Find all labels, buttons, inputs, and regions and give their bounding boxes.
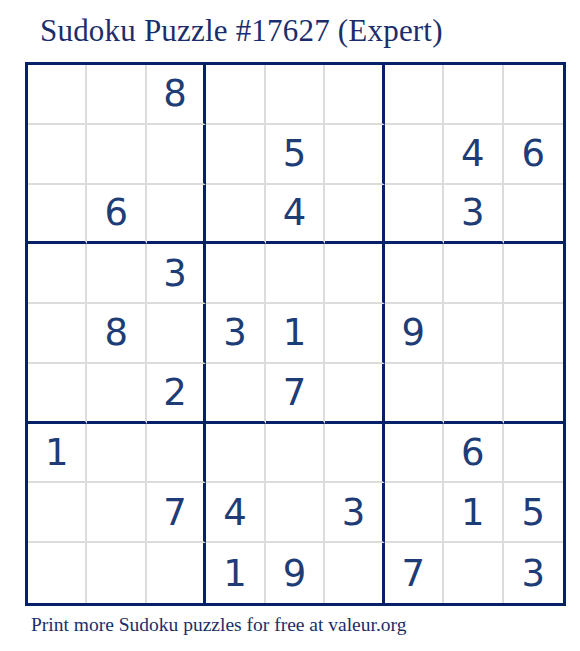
sudoku-cell-r3c1 [28, 185, 87, 245]
footer-text: Print more Sudoku puzzles for free at va… [31, 614, 406, 636]
sudoku-cell-r7c3 [147, 424, 206, 484]
sudoku-cell-r5c5: 1 [266, 304, 325, 364]
sudoku-cell-r9c7: 7 [385, 543, 444, 603]
sudoku-cell-r3c2: 6 [87, 185, 146, 245]
sudoku-cell-r3c8: 3 [444, 185, 503, 245]
sudoku-cell-r8c6: 3 [325, 483, 384, 543]
sudoku-cell-r2c1 [28, 125, 87, 185]
sudoku-cell-r6c1 [28, 364, 87, 424]
sudoku-cell-r6c2 [87, 364, 146, 424]
sudoku-cell-r9c4: 1 [206, 543, 265, 603]
sudoku-cell-r9c8 [444, 543, 503, 603]
sudoku-cell-r4c2 [87, 244, 146, 304]
sudoku-cell-r7c1: 1 [28, 424, 87, 484]
sudoku-cell-r9c3 [147, 543, 206, 603]
sudoku-cell-r3c4 [206, 185, 265, 245]
sudoku-cell-r4c6 [325, 244, 384, 304]
sudoku-cell-r5c1 [28, 304, 87, 364]
sudoku-cell-r1c4 [206, 65, 265, 125]
page-title: Sudoku Puzzle #17627 (Expert) [40, 13, 443, 49]
sudoku-cell-r1c7 [385, 65, 444, 125]
sudoku-cell-r9c1 [28, 543, 87, 603]
sudoku-cell-r1c6 [325, 65, 384, 125]
sudoku-cell-r5c4: 3 [206, 304, 265, 364]
sudoku-cell-r2c6 [325, 125, 384, 185]
sudoku-cell-r4c3: 3 [147, 244, 206, 304]
sudoku-cell-r7c7 [385, 424, 444, 484]
sudoku-cell-r8c4: 4 [206, 483, 265, 543]
sudoku-cell-r8c5 [266, 483, 325, 543]
sudoku-cell-r3c5: 4 [266, 185, 325, 245]
sudoku-cell-r1c5 [266, 65, 325, 125]
sudoku-cell-r2c8: 4 [444, 125, 503, 185]
sudoku-cell-r1c8 [444, 65, 503, 125]
sudoku-cell-r9c2 [87, 543, 146, 603]
sudoku-cell-r1c1 [28, 65, 87, 125]
sudoku-cell-r4c8 [444, 244, 503, 304]
sudoku-cell-r8c9: 5 [504, 483, 563, 543]
sudoku-grid: 8546643383192716743151973 [25, 62, 566, 606]
sudoku-cell-r5c8 [444, 304, 503, 364]
sudoku-cell-r7c9 [504, 424, 563, 484]
sudoku-cell-r3c3 [147, 185, 206, 245]
sudoku-cell-r7c8: 6 [444, 424, 503, 484]
sudoku-cell-r6c7 [385, 364, 444, 424]
sudoku-cell-r5c9 [504, 304, 563, 364]
sudoku-cell-r6c3: 2 [147, 364, 206, 424]
sudoku-cell-r2c9: 6 [504, 125, 563, 185]
sudoku-cell-r4c7 [385, 244, 444, 304]
sudoku-cell-r9c9: 3 [504, 543, 563, 603]
sudoku-cell-r5c2: 8 [87, 304, 146, 364]
sudoku-cell-r7c4 [206, 424, 265, 484]
sudoku-cell-r7c5 [266, 424, 325, 484]
sudoku-cell-r8c7 [385, 483, 444, 543]
sudoku-cell-r8c3: 7 [147, 483, 206, 543]
sudoku-cell-r2c7 [385, 125, 444, 185]
sudoku-cell-r2c5: 5 [266, 125, 325, 185]
sudoku-cell-r5c7: 9 [385, 304, 444, 364]
sudoku-cell-r9c6 [325, 543, 384, 603]
sudoku-cell-r1c3: 8 [147, 65, 206, 125]
sudoku-cell-r4c1 [28, 244, 87, 304]
sudoku-cell-r4c4 [206, 244, 265, 304]
sudoku-cell-r2c3 [147, 125, 206, 185]
sudoku-cell-r1c9 [504, 65, 563, 125]
sudoku-cell-r4c9 [504, 244, 563, 304]
sudoku-cell-r6c5: 7 [266, 364, 325, 424]
sudoku-cell-r5c3 [147, 304, 206, 364]
sudoku-cell-r9c5: 9 [266, 543, 325, 603]
sudoku-cell-r8c1 [28, 483, 87, 543]
sudoku-cell-r4c5 [266, 244, 325, 304]
sudoku-cell-r6c4 [206, 364, 265, 424]
sudoku-cell-r8c2 [87, 483, 146, 543]
sudoku-cell-r3c9 [504, 185, 563, 245]
sudoku-cell-r6c9 [504, 364, 563, 424]
sudoku-cell-r2c4 [206, 125, 265, 185]
sudoku-cell-r3c7 [385, 185, 444, 245]
sudoku-cell-r2c2 [87, 125, 146, 185]
sudoku-cell-r6c6 [325, 364, 384, 424]
sudoku-cell-r3c6 [325, 185, 384, 245]
sudoku-cell-r6c8 [444, 364, 503, 424]
sudoku-cell-r7c6 [325, 424, 384, 484]
sudoku-cell-r8c8: 1 [444, 483, 503, 543]
sudoku-cell-r7c2 [87, 424, 146, 484]
sudoku-cell-r5c6 [325, 304, 384, 364]
sudoku-cell-r1c2 [87, 65, 146, 125]
